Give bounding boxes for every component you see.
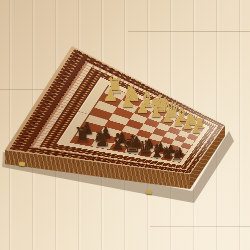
floor-plank-joint (128, 31, 250, 32)
floor-plank-joint (150, 226, 250, 227)
brass-latch-icon (19, 162, 25, 167)
brass-latch-icon (146, 190, 152, 195)
photo-scene: ♜♞♝♛♚♝♞♜♟♟♟♟♟♟♟♟♟♟♟♟♟♟♟♟♜♞♝♛♚♝♞♜ (0, 0, 250, 250)
